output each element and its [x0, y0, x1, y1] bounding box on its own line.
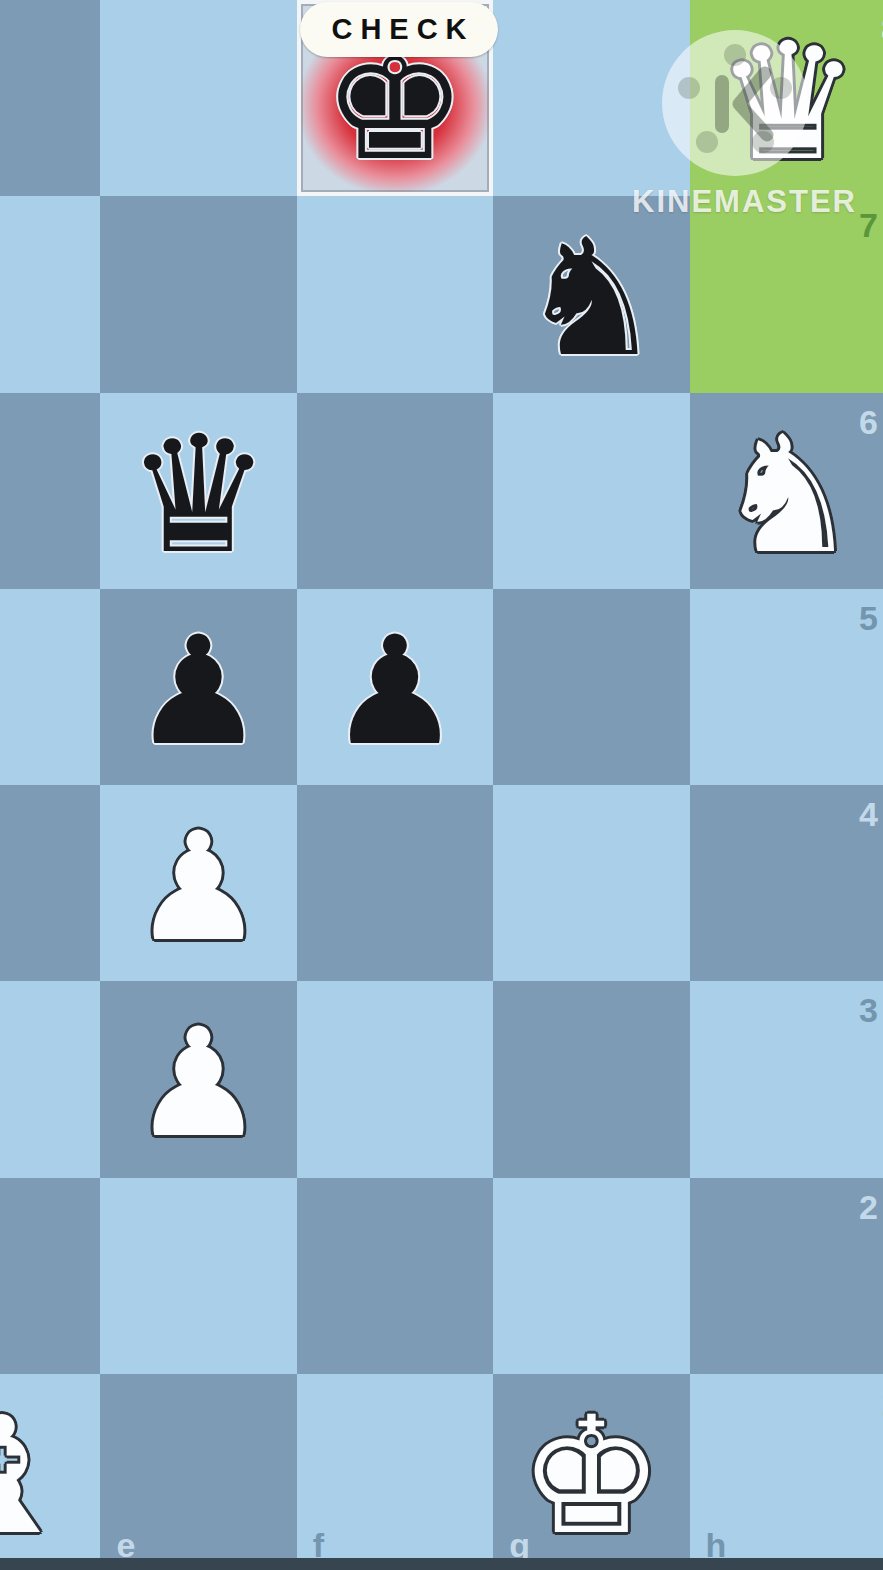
white-pawn[interactable]: ♟: [131, 985, 265, 1181]
black-queen[interactable]: ♛: [126, 397, 271, 593]
square-h7[interactable]: 7: [690, 196, 883, 392]
square-f7[interactable]: [297, 196, 493, 392]
app-screen: ♚♛8♞7♛♞6♟♟5♟4♟32♝ef♚g1h CHECK KINEMASTER: [0, 0, 883, 1570]
check-banner: CHECK: [300, 2, 498, 57]
square-d8[interactable]: [0, 0, 100, 196]
square-h4[interactable]: 4: [690, 785, 883, 981]
rank-label-2: 2: [859, 1190, 878, 1224]
white-bishop[interactable]: ♝: [0, 1378, 75, 1570]
square-g7[interactable]: ♞: [493, 196, 689, 392]
square-e5[interactable]: ♟: [100, 589, 296, 785]
square-h6[interactable]: ♞6: [690, 393, 883, 589]
square-d5[interactable]: [0, 589, 100, 785]
square-e1[interactable]: e: [100, 1374, 296, 1570]
square-h3[interactable]: 3: [690, 981, 883, 1177]
check-banner-label: CHECK: [331, 13, 474, 46]
square-e2[interactable]: [100, 1178, 296, 1374]
square-f5[interactable]: ♟: [297, 589, 493, 785]
square-f3[interactable]: [297, 981, 493, 1177]
square-d4[interactable]: [0, 785, 100, 981]
black-knight[interactable]: ♞: [519, 200, 664, 396]
square-e6[interactable]: ♛: [100, 393, 296, 589]
white-knight[interactable]: ♞: [715, 397, 860, 593]
file-label-e: e: [116, 1528, 135, 1562]
black-pawn[interactable]: ♟: [328, 593, 462, 789]
square-f2[interactable]: [297, 1178, 493, 1374]
square-h8[interactable]: ♛8: [690, 0, 883, 196]
square-e4[interactable]: ♟: [100, 785, 296, 981]
square-f4[interactable]: [297, 785, 493, 981]
white-queen[interactable]: ♛: [715, 4, 860, 200]
file-label-g: g: [509, 1528, 530, 1562]
square-g1[interactable]: ♚g: [493, 1374, 689, 1570]
rank-label-3: 3: [859, 993, 878, 1027]
rank-label-6: 6: [859, 405, 878, 439]
rank-label-4: 4: [859, 797, 878, 831]
square-e8[interactable]: [100, 0, 296, 196]
square-g6[interactable]: [493, 393, 689, 589]
square-d3[interactable]: [0, 981, 100, 1177]
square-h1[interactable]: 1h: [690, 1374, 883, 1570]
square-h2[interactable]: 2: [690, 1178, 883, 1374]
square-g5[interactable]: [493, 589, 689, 785]
square-d7[interactable]: [0, 196, 100, 392]
white-pawn[interactable]: ♟: [131, 789, 265, 985]
square-g2[interactable]: [493, 1178, 689, 1374]
white-king[interactable]: ♚: [519, 1378, 664, 1570]
square-f6[interactable]: [297, 393, 493, 589]
square-h5[interactable]: 5: [690, 589, 883, 785]
square-e7[interactable]: [100, 196, 296, 392]
file-label-f: f: [313, 1528, 324, 1562]
square-d6[interactable]: [0, 393, 100, 589]
file-label-h: h: [706, 1528, 727, 1562]
chess-board: ♚♛8♞7♛♞6♟♟5♟4♟32♝ef♚g1h: [0, 0, 883, 1570]
square-d2[interactable]: [0, 1178, 100, 1374]
square-d1[interactable]: ♝: [0, 1374, 100, 1570]
square-f1[interactable]: f: [297, 1374, 493, 1570]
rank-label-5: 5: [859, 601, 878, 635]
square-e3[interactable]: ♟: [100, 981, 296, 1177]
black-pawn[interactable]: ♟: [131, 593, 265, 789]
square-g8[interactable]: [493, 0, 689, 196]
bottom-edge-bar: [0, 1558, 883, 1570]
rank-label-7: 7: [859, 208, 878, 242]
square-g4[interactable]: [493, 785, 689, 981]
square-g3[interactable]: [493, 981, 689, 1177]
